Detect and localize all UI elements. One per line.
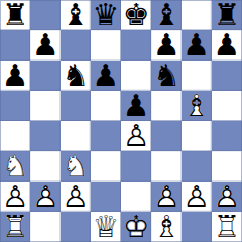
square-a5[interactable]	[0, 91, 30, 121]
piece-black-pawn[interactable]: ♟	[30, 30, 60, 60]
square-a7[interactable]	[0, 30, 30, 60]
square-e5[interactable]: ♟	[121, 91, 151, 121]
piece-black-knight[interactable]: ♞	[151, 61, 181, 91]
square-e8[interactable]: ♚	[121, 0, 151, 30]
piece-white-bishop[interactable]: ♝♗	[182, 91, 212, 121]
square-d4[interactable]	[91, 121, 121, 151]
square-b6[interactable]	[30, 61, 60, 91]
square-c8[interactable]: ♝	[61, 0, 91, 30]
square-e7[interactable]	[121, 30, 151, 60]
piece-white-queen[interactable]: ♛♕	[91, 212, 121, 242]
white-piece-outline: ♗	[182, 91, 212, 121]
piece-white-pawn[interactable]: ♟♙	[121, 121, 151, 151]
white-piece-outline: ♙	[30, 182, 60, 212]
square-c1[interactable]	[61, 212, 91, 242]
square-e4[interactable]: ♟♙	[121, 121, 151, 151]
square-g6[interactable]	[182, 61, 212, 91]
piece-black-bishop[interactable]: ♝	[151, 0, 181, 30]
square-g3[interactable]	[182, 151, 212, 181]
square-g1[interactable]	[182, 212, 212, 242]
square-h2[interactable]: ♟♙	[212, 182, 242, 212]
square-c5[interactable]	[61, 91, 91, 121]
square-b1[interactable]	[30, 212, 60, 242]
piece-white-pawn[interactable]: ♟♙	[0, 182, 30, 212]
square-d5[interactable]	[91, 91, 121, 121]
piece-black-pawn[interactable]: ♟	[121, 91, 151, 121]
square-c2[interactable]: ♟♙	[61, 182, 91, 212]
square-f1[interactable]: ♝♗	[151, 212, 181, 242]
square-f8[interactable]: ♝	[151, 0, 181, 30]
piece-black-queen[interactable]: ♛	[91, 0, 121, 30]
chess-board: ♜♝♛♚♝♜♟♟♟♟♟♞♟♞♟♝♗♟♙♞♘♞♘♟♙♟♙♟♙♟♙♟♙♟♙♜♖♛♕♚…	[0, 0, 242, 242]
square-g2[interactable]: ♟♙	[182, 182, 212, 212]
white-piece-outline: ♙	[212, 182, 242, 212]
piece-black-pawn[interactable]: ♟	[212, 30, 242, 60]
square-a2[interactable]: ♟♙	[0, 182, 30, 212]
white-piece-outline: ♙	[0, 182, 30, 212]
square-d2[interactable]	[91, 182, 121, 212]
piece-black-rook[interactable]: ♜	[212, 0, 242, 30]
square-h6[interactable]	[212, 61, 242, 91]
square-a4[interactable]	[0, 121, 30, 151]
square-h1[interactable]: ♜♖	[212, 212, 242, 242]
square-b3[interactable]	[30, 151, 60, 181]
square-b4[interactable]	[30, 121, 60, 151]
piece-white-knight[interactable]: ♞♘	[61, 151, 91, 181]
square-h8[interactable]: ♜	[212, 0, 242, 30]
square-f5[interactable]	[151, 91, 181, 121]
square-f2[interactable]: ♟♙	[151, 182, 181, 212]
white-piece-outline: ♘	[61, 151, 91, 181]
white-piece-outline: ♙	[61, 182, 91, 212]
white-piece-outline: ♖	[0, 212, 30, 242]
piece-white-king[interactable]: ♚♔	[121, 212, 151, 242]
white-piece-outline: ♙	[151, 182, 181, 212]
piece-white-pawn[interactable]: ♟♙	[182, 182, 212, 212]
piece-white-pawn[interactable]: ♟♙	[61, 182, 91, 212]
square-a3[interactable]: ♞♘	[0, 151, 30, 181]
square-b5[interactable]	[30, 91, 60, 121]
piece-black-pawn[interactable]: ♟	[151, 30, 181, 60]
square-g7[interactable]: ♟	[182, 30, 212, 60]
square-g8[interactable]	[182, 0, 212, 30]
piece-black-king[interactable]: ♚	[121, 0, 151, 30]
square-c7[interactable]	[61, 30, 91, 60]
square-d6[interactable]: ♟	[91, 61, 121, 91]
white-piece-outline: ♙	[182, 182, 212, 212]
piece-white-bishop[interactable]: ♝♗	[151, 212, 181, 242]
square-b2[interactable]: ♟♙	[30, 182, 60, 212]
piece-white-rook[interactable]: ♜♖	[212, 212, 242, 242]
piece-black-bishop[interactable]: ♝	[61, 0, 91, 30]
square-h3[interactable]	[212, 151, 242, 181]
piece-black-pawn[interactable]: ♟	[182, 30, 212, 60]
square-h7[interactable]: ♟	[212, 30, 242, 60]
square-d3[interactable]	[91, 151, 121, 181]
piece-black-knight[interactable]: ♞	[61, 61, 91, 91]
square-f4[interactable]	[151, 121, 181, 151]
square-c3[interactable]: ♞♘	[61, 151, 91, 181]
square-e2[interactable]	[121, 182, 151, 212]
white-piece-outline: ♙	[121, 121, 151, 151]
square-f3[interactable]	[151, 151, 181, 181]
square-a1[interactable]: ♜♖	[0, 212, 30, 242]
square-d7[interactable]	[91, 30, 121, 60]
square-c4[interactable]	[61, 121, 91, 151]
square-h4[interactable]	[212, 121, 242, 151]
piece-white-pawn[interactable]: ♟♙	[212, 182, 242, 212]
piece-white-knight[interactable]: ♞♘	[0, 151, 30, 181]
square-g4[interactable]	[182, 121, 212, 151]
piece-white-rook[interactable]: ♜♖	[0, 212, 30, 242]
square-g5[interactable]: ♝♗	[182, 91, 212, 121]
white-piece-outline: ♗	[151, 212, 181, 242]
square-e6[interactable]	[121, 61, 151, 91]
square-c6[interactable]: ♞	[61, 61, 91, 91]
square-e3[interactable]	[121, 151, 151, 181]
square-d8[interactable]: ♛	[91, 0, 121, 30]
square-h5[interactable]	[212, 91, 242, 121]
white-piece-outline: ♕	[91, 212, 121, 242]
square-f7[interactable]: ♟	[151, 30, 181, 60]
piece-black-pawn[interactable]: ♟	[91, 61, 121, 91]
piece-white-pawn[interactable]: ♟♙	[151, 182, 181, 212]
square-d1[interactable]: ♛♕	[91, 212, 121, 242]
piece-black-rook[interactable]: ♜	[0, 0, 30, 30]
white-piece-outline: ♔	[121, 212, 151, 242]
piece-black-pawn[interactable]: ♟	[0, 61, 30, 91]
white-piece-outline: ♖	[212, 212, 242, 242]
square-b7[interactable]: ♟	[30, 30, 60, 60]
square-a6[interactable]: ♟	[0, 61, 30, 91]
piece-white-pawn[interactable]: ♟♙	[30, 182, 60, 212]
square-e1[interactable]: ♚♔	[121, 212, 151, 242]
square-f6[interactable]: ♞	[151, 61, 181, 91]
square-b8[interactable]	[30, 0, 60, 30]
white-piece-outline: ♘	[0, 151, 30, 181]
square-a8[interactable]: ♜	[0, 0, 30, 30]
